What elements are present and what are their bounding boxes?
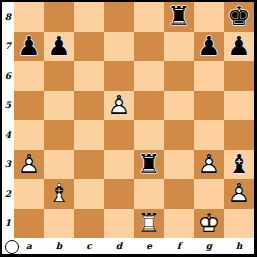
square-d7[interactable] <box>104 32 134 62</box>
piece-glyph: ♟ <box>197 32 220 61</box>
chess-board: ♜♚♟♟♟♟♟♙♟♙♜♟♙♝♝♗♟♙♜♖♚♔ <box>14 2 254 238</box>
piece-glyph: ♟ <box>17 32 40 61</box>
square-b6[interactable] <box>44 61 74 91</box>
square-h6[interactable] <box>224 61 254 91</box>
piece-glyph: ♟ <box>227 32 250 61</box>
square-c1[interactable] <box>74 209 104 239</box>
square-a2[interactable] <box>14 179 44 209</box>
square-h2[interactable]: ♟♙ <box>224 179 254 209</box>
square-d2[interactable] <box>104 179 134 209</box>
square-g3[interactable]: ♟♙ <box>194 150 224 180</box>
piece-glyph: ♙ <box>107 91 130 120</box>
square-c4[interactable] <box>74 120 104 150</box>
piece-white-king[interactable]: ♚♔ <box>194 209 224 239</box>
square-a4[interactable] <box>14 120 44 150</box>
rank-label-6: 6 <box>2 61 14 91</box>
piece-black-rook[interactable]: ♜ <box>134 150 164 180</box>
piece-black-pawn[interactable]: ♟ <box>44 32 74 62</box>
square-a6[interactable] <box>14 61 44 91</box>
chess-diagram: 87654321 ♜♚♟♟♟♟♟♙♟♙♜♟♙♝♝♗♟♙♜♖♚♔ abcdefgh <box>0 0 257 257</box>
square-b2[interactable]: ♝♗ <box>44 179 74 209</box>
rank-label-4: 4 <box>2 120 14 150</box>
square-f5[interactable] <box>164 91 194 121</box>
piece-white-pawn[interactable]: ♟♙ <box>224 179 254 209</box>
piece-glyph: ♙ <box>17 150 40 179</box>
square-b7[interactable]: ♟ <box>44 32 74 62</box>
square-h3[interactable]: ♝ <box>224 150 254 180</box>
square-g4[interactable] <box>194 120 224 150</box>
piece-glyph: ♖ <box>137 209 160 238</box>
square-e5[interactable] <box>134 91 164 121</box>
piece-white-bishop[interactable]: ♝♗ <box>44 179 74 209</box>
square-e4[interactable] <box>134 120 164 150</box>
rank-label-7: 7 <box>2 32 14 62</box>
square-b5[interactable] <box>44 91 74 121</box>
file-label-g: g <box>194 238 224 253</box>
square-g6[interactable] <box>194 61 224 91</box>
square-h7[interactable]: ♟ <box>224 32 254 62</box>
square-e2[interactable] <box>134 179 164 209</box>
piece-glyph: ♗ <box>47 179 70 208</box>
square-g5[interactable] <box>194 91 224 121</box>
piece-white-pawn[interactable]: ♟♙ <box>194 150 224 180</box>
square-b3[interactable] <box>44 150 74 180</box>
square-b1[interactable] <box>44 209 74 239</box>
square-a3[interactable]: ♟♙ <box>14 150 44 180</box>
square-g1[interactable]: ♚♔ <box>194 209 224 239</box>
rank-label-3: 3 <box>2 150 14 180</box>
square-e3[interactable]: ♜ <box>134 150 164 180</box>
piece-glyph: ♟ <box>47 32 70 61</box>
file-label-c: c <box>74 238 104 253</box>
rank-label-1: 1 <box>2 209 14 239</box>
square-e8[interactable] <box>134 2 164 32</box>
square-a5[interactable] <box>14 91 44 121</box>
square-h1[interactable] <box>224 209 254 239</box>
square-b4[interactable] <box>44 120 74 150</box>
file-label-f: f <box>164 238 194 253</box>
square-e6[interactable] <box>134 61 164 91</box>
piece-black-pawn[interactable]: ♟ <box>14 32 44 62</box>
piece-glyph: ♙ <box>227 179 250 208</box>
piece-glyph: ♝ <box>227 150 250 179</box>
diagram-background: 87654321 ♜♚♟♟♟♟♟♙♟♙♜♟♙♝♝♗♟♙♜♖♚♔ abcdefgh <box>2 2 254 254</box>
square-c3[interactable] <box>74 150 104 180</box>
square-c5[interactable] <box>74 91 104 121</box>
turn-indicator-white-to-move <box>5 240 19 254</box>
piece-black-pawn[interactable]: ♟ <box>224 32 254 62</box>
piece-glyph: ♔ <box>197 209 220 238</box>
square-g7[interactable]: ♟ <box>194 32 224 62</box>
square-h8[interactable]: ♚ <box>224 2 254 32</box>
square-c7[interactable] <box>74 32 104 62</box>
square-d3[interactable] <box>104 150 134 180</box>
square-d1[interactable] <box>104 209 134 239</box>
square-a7[interactable]: ♟ <box>14 32 44 62</box>
rank-label-8: 8 <box>2 2 14 32</box>
square-d6[interactable] <box>104 61 134 91</box>
piece-glyph: ♜ <box>137 150 160 179</box>
square-a1[interactable] <box>14 209 44 239</box>
square-g8[interactable] <box>194 2 224 32</box>
piece-black-pawn[interactable]: ♟ <box>194 32 224 62</box>
square-c2[interactable] <box>74 179 104 209</box>
piece-glyph: ♜ <box>167 2 190 31</box>
file-label-d: d <box>104 238 134 253</box>
square-a8[interactable] <box>14 2 44 32</box>
square-c8[interactable] <box>74 2 104 32</box>
file-label-e: e <box>134 238 164 253</box>
file-label-h: h <box>224 238 254 253</box>
file-labels: abcdefgh <box>14 238 254 253</box>
square-f8[interactable]: ♜ <box>164 2 194 32</box>
square-e7[interactable] <box>134 32 164 62</box>
square-c6[interactable] <box>74 61 104 91</box>
piece-black-bishop[interactable]: ♝ <box>224 150 254 180</box>
square-h5[interactable] <box>224 91 254 121</box>
file-label-b: b <box>44 238 74 253</box>
square-h4[interactable] <box>224 120 254 150</box>
rank-labels: 87654321 <box>2 2 14 238</box>
square-f7[interactable] <box>164 32 194 62</box>
rank-label-5: 5 <box>2 91 14 121</box>
piece-glyph: ♚ <box>227 2 250 31</box>
square-b8[interactable] <box>44 2 74 32</box>
square-g2[interactable] <box>194 179 224 209</box>
piece-glyph: ♙ <box>197 150 220 179</box>
square-e1[interactable]: ♜♖ <box>134 209 164 239</box>
square-f1[interactable] <box>164 209 194 239</box>
piece-black-rook[interactable]: ♜ <box>164 2 194 32</box>
rank-label-2: 2 <box>2 179 14 209</box>
piece-white-pawn[interactable]: ♟♙ <box>14 150 44 180</box>
square-d5[interactable]: ♟♙ <box>104 91 134 121</box>
piece-white-pawn[interactable]: ♟♙ <box>104 91 134 121</box>
square-f4[interactable] <box>164 120 194 150</box>
piece-black-king[interactable]: ♚ <box>224 2 254 32</box>
piece-white-rook[interactable]: ♜♖ <box>134 209 164 239</box>
square-d4[interactable] <box>104 120 134 150</box>
square-f2[interactable] <box>164 179 194 209</box>
square-f6[interactable] <box>164 61 194 91</box>
square-f3[interactable] <box>164 150 194 180</box>
square-d8[interactable] <box>104 2 134 32</box>
